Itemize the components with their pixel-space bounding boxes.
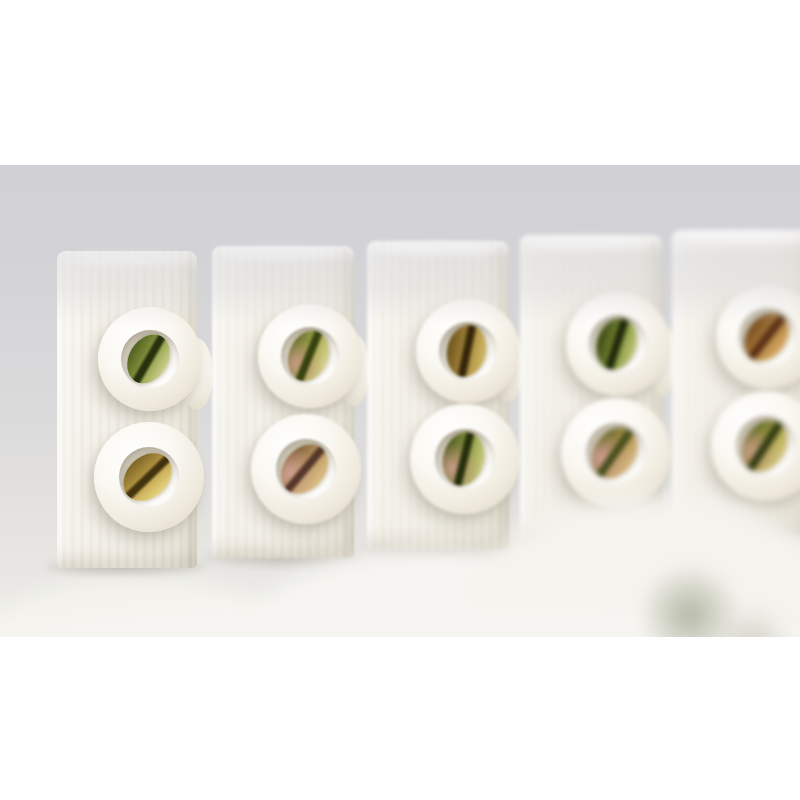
- top-terminal-screw: [280, 325, 336, 388]
- bottom-terminal-boss: [94, 422, 204, 532]
- top-white-band: [0, 0, 800, 165]
- bottom-terminal-screw: [732, 412, 796, 480]
- screw-slot: [123, 454, 172, 502]
- top-terminal-boss: [416, 299, 520, 403]
- top-terminal-boss: [98, 307, 202, 411]
- screw-slot: [746, 312, 788, 362]
- top-screw-opening: [439, 322, 497, 380]
- bottom-terminal-screw: [437, 428, 490, 490]
- screw-slot: [131, 332, 167, 386]
- screw-slot: [294, 328, 323, 385]
- bottom-terminal-screw: [271, 435, 337, 503]
- bottom-screw-opening: [586, 423, 646, 483]
- terminal-block-1: [57, 251, 197, 568]
- screw-slot: [453, 429, 475, 490]
- screw-slot: [604, 315, 629, 373]
- product-photo: [0, 0, 800, 800]
- top-terminal-screw: [589, 313, 642, 375]
- top-screw-opening: [589, 315, 647, 373]
- photo-area: [0, 165, 800, 637]
- bottom-screw-opening: [435, 429, 495, 489]
- screw-slot: [745, 419, 784, 474]
- bottom-terminal-boss: [561, 398, 671, 508]
- top-screw-opening: [121, 330, 179, 388]
- bottom-screw-opening: [276, 439, 336, 499]
- foreground-highlight-left: [0, 577, 328, 637]
- bottom-screw-opening: [736, 416, 796, 476]
- top-terminal-boss: [258, 304, 362, 408]
- top-terminal-boss: [566, 292, 670, 396]
- top-terminal-screw: [442, 322, 491, 381]
- screw-slot: [457, 322, 476, 380]
- bottom-terminal-boss: [251, 414, 361, 524]
- screw-slot: [282, 444, 327, 495]
- terminal-block-2: [212, 246, 354, 558]
- bottom-terminal-screw: [113, 443, 180, 510]
- top-screw-opening: [739, 308, 797, 366]
- top-screw-opening: [281, 327, 339, 385]
- bottom-terminal-boss: [410, 404, 520, 514]
- top-terminal-screw: [735, 305, 798, 370]
- top-terminal-screw: [118, 327, 178, 392]
- terminal-block-5: [672, 230, 800, 535]
- bottom-screw-opening: [119, 447, 179, 507]
- bottom-white-band: [0, 637, 800, 800]
- terminal-block-3: [367, 241, 509, 550]
- screw-slot: [594, 426, 635, 480]
- terminal-block-4: [520, 235, 662, 543]
- bottom-terminal-screw: [582, 419, 647, 487]
